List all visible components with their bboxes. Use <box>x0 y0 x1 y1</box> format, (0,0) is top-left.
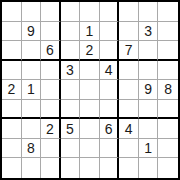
given-digit: 6 <box>46 43 54 57</box>
given-digit: 3 <box>144 24 152 38</box>
cell-r7c9[interactable] <box>158 119 178 139</box>
cell-r1c4[interactable] <box>61 2 81 22</box>
cell-r8c2[interactable]: 8 <box>22 139 42 159</box>
cell-r6c9[interactable] <box>158 100 178 120</box>
cell-r2c6[interactable] <box>100 22 120 42</box>
cell-r8c6[interactable] <box>100 139 120 159</box>
cell-r4c8[interactable] <box>139 61 159 81</box>
cell-r7c4[interactable]: 5 <box>61 119 81 139</box>
cell-r6c7[interactable] <box>119 100 139 120</box>
cell-r1c6[interactable] <box>100 2 120 22</box>
given-digit: 8 <box>164 82 172 96</box>
cell-r7c6[interactable]: 6 <box>100 119 120 139</box>
cell-r6c5[interactable] <box>80 100 100 120</box>
cell-r7c3[interactable]: 2 <box>41 119 61 139</box>
cell-r3c6[interactable] <box>100 41 120 61</box>
cell-r1c8[interactable] <box>139 2 159 22</box>
cell-r8c1[interactable] <box>2 139 22 159</box>
cell-r6c2[interactable] <box>22 100 42 120</box>
cell-r9c7[interactable] <box>119 158 139 178</box>
cell-r5c9[interactable]: 8 <box>158 80 178 100</box>
cell-r9c4[interactable] <box>61 158 81 178</box>
cell-r3c2[interactable] <box>22 41 42 61</box>
cell-r3c4[interactable] <box>61 41 81 61</box>
cell-r1c1[interactable] <box>2 2 22 22</box>
cell-r6c1[interactable] <box>2 100 22 120</box>
cell-r4c5[interactable] <box>80 61 100 81</box>
cell-r2c4[interactable] <box>61 22 81 42</box>
cell-r4c7[interactable] <box>119 61 139 81</box>
cell-r1c5[interactable] <box>80 2 100 22</box>
cell-r9c3[interactable] <box>41 158 61 178</box>
cell-r5c6[interactable] <box>100 80 120 100</box>
given-digit: 2 <box>86 43 94 57</box>
given-digit: 2 <box>7 82 15 96</box>
given-digit: 5 <box>66 122 74 136</box>
cell-r1c9[interactable] <box>158 2 178 22</box>
cell-r9c6[interactable] <box>100 158 120 178</box>
cell-r1c7[interactable] <box>119 2 139 22</box>
cell-r6c4[interactable] <box>61 100 81 120</box>
cell-r5c2[interactable]: 1 <box>22 80 42 100</box>
cell-r7c2[interactable] <box>22 119 42 139</box>
given-digit: 8 <box>27 141 35 155</box>
cell-r7c1[interactable] <box>2 119 22 139</box>
cell-r4c4[interactable]: 3 <box>61 61 81 81</box>
cell-r4c9[interactable] <box>158 61 178 81</box>
cell-r2c1[interactable] <box>2 22 22 42</box>
cell-r7c5[interactable] <box>80 119 100 139</box>
cell-r5c8[interactable]: 9 <box>139 80 159 100</box>
cell-r2c8[interactable]: 3 <box>139 22 159 42</box>
cell-r9c2[interactable] <box>22 158 42 178</box>
given-digit: 1 <box>27 82 35 96</box>
cell-r9c5[interactable] <box>80 158 100 178</box>
cell-r8c9[interactable] <box>158 139 178 159</box>
cell-r5c3[interactable] <box>41 80 61 100</box>
cell-r6c8[interactable] <box>139 100 159 120</box>
sudoku-board: 913627342198256481 <box>0 0 180 180</box>
given-digit: 3 <box>66 63 74 77</box>
given-digit: 9 <box>27 24 35 38</box>
cell-r2c9[interactable] <box>158 22 178 42</box>
cell-r8c3[interactable] <box>41 139 61 159</box>
cell-r3c9[interactable] <box>158 41 178 61</box>
cell-r2c3[interactable] <box>41 22 61 42</box>
given-digit: 4 <box>125 122 133 136</box>
cell-r6c3[interactable] <box>41 100 61 120</box>
cell-r8c7[interactable] <box>119 139 139 159</box>
cell-r4c1[interactable] <box>2 61 22 81</box>
cell-r9c9[interactable] <box>158 158 178 178</box>
cell-r8c5[interactable] <box>80 139 100 159</box>
given-digit: 2 <box>46 122 54 136</box>
cell-r3c7[interactable]: 7 <box>119 41 139 61</box>
given-digit: 7 <box>125 43 133 57</box>
given-digit: 4 <box>105 63 113 77</box>
cell-r4c3[interactable] <box>41 61 61 81</box>
cell-r2c2[interactable]: 9 <box>22 22 42 42</box>
given-digit: 6 <box>105 122 113 136</box>
cell-r2c7[interactable] <box>119 22 139 42</box>
cell-r3c1[interactable] <box>2 41 22 61</box>
cell-r5c7[interactable] <box>119 80 139 100</box>
cell-r9c1[interactable] <box>2 158 22 178</box>
cell-r3c5[interactable]: 2 <box>80 41 100 61</box>
cell-r3c8[interactable] <box>139 41 159 61</box>
cell-r5c1[interactable]: 2 <box>2 80 22 100</box>
cell-r1c3[interactable] <box>41 2 61 22</box>
cell-r1c2[interactable] <box>22 2 42 22</box>
cell-r2c5[interactable]: 1 <box>80 22 100 42</box>
cell-r5c4[interactable] <box>61 80 81 100</box>
cell-r5c5[interactable] <box>80 80 100 100</box>
cell-r4c2[interactable] <box>22 61 42 81</box>
cell-r6c6[interactable] <box>100 100 120 120</box>
given-digit: 9 <box>144 82 152 96</box>
given-digit: 1 <box>86 24 94 38</box>
cell-r7c7[interactable]: 4 <box>119 119 139 139</box>
cell-r8c4[interactable] <box>61 139 81 159</box>
cell-r8c8[interactable]: 1 <box>139 139 159 159</box>
cell-r9c8[interactable] <box>139 158 159 178</box>
cell-r4c6[interactable]: 4 <box>100 61 120 81</box>
cell-r7c8[interactable] <box>139 119 159 139</box>
given-digit: 1 <box>144 141 152 155</box>
cell-r3c3[interactable]: 6 <box>41 41 61 61</box>
